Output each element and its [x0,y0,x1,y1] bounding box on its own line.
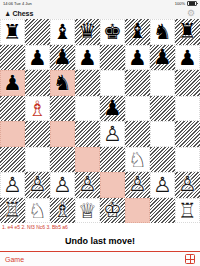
square-h7[interactable]: ♟ [175,45,200,71]
square-h5[interactable] [175,96,200,122]
square-h1[interactable]: ♖ [175,198,200,224]
black-queen-d8: ♛ [75,19,100,45]
square-e5[interactable]: ♟ [100,96,125,122]
square-e1[interactable]: ♔ [100,198,125,224]
square-f2[interactable]: ♙ [125,172,150,198]
square-f5[interactable] [125,96,150,122]
square-d2[interactable]: ♙ [75,172,100,198]
undo-button[interactable]: Undo last move! [0,236,200,246]
black-knight-g8: ♞ [151,20,174,44]
bottom-toolbar: Game [0,251,200,266]
square-h4[interactable] [175,121,200,147]
square-f3[interactable]: ♘ [125,147,150,173]
black-rook-h8: ♜ [175,19,200,45]
square-b7[interactable]: ♟ [25,45,50,71]
square-c6[interactable]: ♞ [50,70,75,96]
square-d5[interactable] [75,96,100,122]
square-g2[interactable]: ♙ [150,172,175,198]
square-e4[interactable]: ♙ [100,121,125,147]
square-e7[interactable] [100,45,125,71]
black-bishop-f8: ♝ [125,19,150,45]
square-c2[interactable]: ♙ [50,172,75,198]
square-f6[interactable] [125,70,150,96]
black-pawn-g7: ♟ [150,45,175,71]
battery-percent: 100% [175,0,185,7]
white-pawn-f2: ♙ [125,172,150,198]
square-a1[interactable]: ♖ [0,198,25,224]
chess-app-screen: 14:06 Tue 4 Jun 100% ♟ Chess ⚙ ♜♝♛♚♝♞♜♟♟… [0,0,200,266]
square-g3[interactable] [150,147,175,173]
square-h3[interactable] [175,147,200,173]
black-king-e8: ♚ [101,20,124,44]
square-g8[interactable]: ♞ [150,19,175,45]
square-e2[interactable] [100,172,125,198]
square-e6[interactable] [100,70,125,96]
square-a7[interactable] [0,45,25,71]
chess-board[interactable]: ♜♝♛♚♝♞♜♟♟♟♟♟♟♟♞♗♟♙♘♙♙♙♙♙♙♙♖♘♗♕♔♖ [0,19,200,223]
square-a6[interactable]: ♟ [0,70,25,96]
move-list: 1. e4 e5 2. Nf3 Nc6 3. Bb5 a6 [2,224,198,231]
square-b8[interactable] [25,19,50,45]
square-c5[interactable] [50,96,75,122]
game-menu-button[interactable]: Game [5,256,24,263]
black-knight-c6: ♞ [51,71,74,95]
square-c7[interactable]: ♟ [50,45,75,71]
square-d7[interactable]: ♟ [75,45,100,71]
black-pawn-c7: ♟ [50,45,75,71]
white-bishop-c1: ♗ [50,198,75,224]
white-pawn-b2: ♙ [25,172,50,198]
square-d1[interactable]: ♕ [75,198,100,224]
square-d3[interactable] [75,147,100,173]
square-h6[interactable] [175,70,200,96]
board-grid-icon[interactable] [185,254,195,264]
status-time: 14:06 Tue 4 Jun [3,0,32,7]
black-pawn-d7: ♟ [76,46,99,70]
white-king-e1: ♔ [100,198,125,224]
black-pawn-b7: ♟ [26,46,49,70]
square-c4[interactable] [50,121,75,147]
app-logo-icon: ♟ [5,10,10,17]
white-knight-b1: ♘ [26,199,49,223]
square-f8[interactable]: ♝ [125,19,150,45]
white-knight-f3: ♘ [126,148,149,172]
black-rook-a8: ♜ [1,20,24,44]
square-g5[interactable] [150,96,175,122]
square-b1[interactable]: ♘ [25,198,50,224]
page-title: Chess [12,10,33,17]
square-h2[interactable]: ♙ [175,172,200,198]
square-f7[interactable]: ♟ [125,45,150,71]
square-c3[interactable] [50,147,75,173]
black-pawn-e5: ♟ [100,96,125,122]
white-pawn-e4: ♙ [101,122,124,146]
white-pawn-c2: ♙ [51,173,74,197]
square-h8[interactable]: ♜ [175,19,200,45]
white-pawn-g2: ♙ [151,173,174,197]
square-g6[interactable] [150,70,175,96]
square-b3[interactable] [25,147,50,173]
square-d8[interactable]: ♛ [75,19,100,45]
square-a2[interactable]: ♙ [0,172,25,198]
white-pawn-h2: ♙ [175,172,200,198]
square-b4[interactable] [25,121,50,147]
square-a3[interactable] [0,147,25,173]
white-rook-a1: ♖ [0,198,25,224]
square-e3[interactable] [100,147,125,173]
white-queen-d1: ♕ [76,199,99,223]
square-d4[interactable] [75,121,100,147]
black-bishop-c8: ♝ [51,20,74,44]
square-g7[interactable]: ♟ [150,45,175,71]
square-a4[interactable] [0,121,25,147]
square-b2[interactable]: ♙ [25,172,50,198]
square-a8[interactable]: ♜ [0,19,25,45]
white-pawn-d2: ♙ [75,172,100,198]
square-g1[interactable] [150,198,175,224]
square-g4[interactable] [150,121,175,147]
square-e8[interactable]: ♚ [100,19,125,45]
square-f1[interactable] [125,198,150,224]
white-pawn-a2: ♙ [1,173,24,197]
nav-bar: ♟ Chess ⚙ [0,7,200,19]
settings-gear-icon[interactable]: ⚙ [187,8,195,18]
white-rook-h1: ♖ [176,199,199,223]
square-b6[interactable] [25,70,50,96]
square-d6[interactable] [75,70,100,96]
battery-icon [187,1,197,7]
status-bar: 14:06 Tue 4 Jun 100% [0,0,200,7]
square-b5[interactable]: ♗ [25,96,50,122]
square-f4[interactable] [125,121,150,147]
black-pawn-f7: ♟ [126,46,149,70]
black-pawn-a6: ♟ [1,71,24,95]
white-bishop-b5: ♗ [26,97,49,121]
square-c1[interactable]: ♗ [50,198,75,224]
square-a5[interactable] [0,96,25,122]
black-pawn-h7: ♟ [176,46,199,70]
square-c8[interactable]: ♝ [50,19,75,45]
